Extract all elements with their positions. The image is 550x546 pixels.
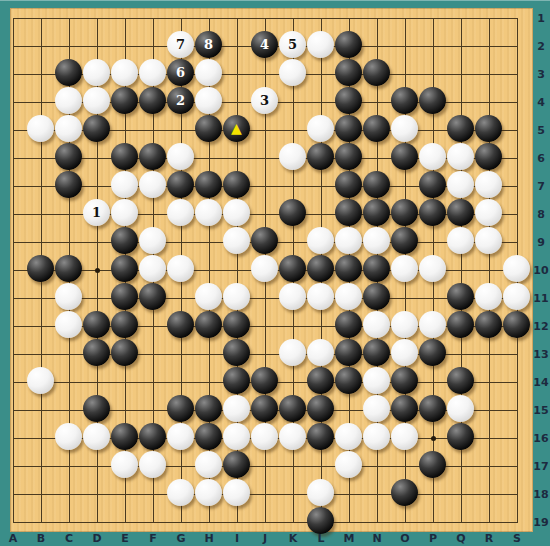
white-stone	[55, 283, 82, 310]
white-stone	[139, 255, 166, 282]
column-label: D	[92, 532, 101, 545]
column-label: Q	[456, 532, 465, 545]
black-stone	[419, 87, 446, 114]
white-stone	[279, 283, 306, 310]
black-stone	[83, 311, 110, 338]
row-label: 16	[533, 432, 548, 445]
white-stone	[111, 171, 138, 198]
black-stone	[447, 423, 474, 450]
move-number-label: 5	[288, 38, 297, 51]
black-stone	[335, 367, 362, 394]
row-label: 11	[533, 292, 548, 305]
black-stone: 4	[251, 31, 278, 58]
black-stone	[335, 87, 362, 114]
black-stone	[195, 171, 222, 198]
row-label: 4	[537, 96, 545, 109]
white-stone	[139, 451, 166, 478]
row-label: 12	[533, 320, 548, 333]
black-stone	[447, 367, 474, 394]
white-stone	[195, 199, 222, 226]
black-stone	[167, 395, 194, 422]
black-stone	[363, 115, 390, 142]
white-stone	[503, 255, 530, 282]
white-stone: 7	[167, 31, 194, 58]
white-stone	[223, 227, 250, 254]
white-stone	[251, 423, 278, 450]
black-stone	[363, 59, 390, 86]
black-stone	[335, 339, 362, 366]
black-stone	[335, 199, 362, 226]
white-stone	[55, 311, 82, 338]
white-stone	[391, 339, 418, 366]
star-point	[95, 268, 100, 273]
black-stone	[223, 339, 250, 366]
black-stone	[447, 311, 474, 338]
white-stone	[223, 395, 250, 422]
go-board-frame: 7845623▲1 ABCDEFGHIJKLMNOPQRS12345678910…	[0, 0, 550, 546]
white-stone	[391, 115, 418, 142]
white-stone	[195, 283, 222, 310]
row-label: 15	[533, 404, 548, 417]
grid-line	[13, 522, 518, 523]
white-stone	[223, 479, 250, 506]
white-stone	[139, 59, 166, 86]
row-label: 18	[533, 488, 548, 501]
row-label: 9	[537, 236, 545, 249]
black-stone	[419, 199, 446, 226]
white-stone	[195, 87, 222, 114]
black-stone	[307, 143, 334, 170]
white-stone	[279, 59, 306, 86]
white-stone	[307, 283, 334, 310]
white-stone	[111, 451, 138, 478]
grid-line	[13, 494, 518, 495]
black-stone	[55, 171, 82, 198]
white-stone	[363, 227, 390, 254]
white-stone	[363, 367, 390, 394]
black-stone	[279, 199, 306, 226]
white-stone	[55, 115, 82, 142]
black-stone	[111, 255, 138, 282]
white-stone	[83, 423, 110, 450]
black-stone	[83, 115, 110, 142]
white-stone	[307, 31, 334, 58]
black-stone	[139, 423, 166, 450]
black-stone	[363, 283, 390, 310]
white-stone	[447, 143, 474, 170]
black-stone	[251, 367, 278, 394]
white-stone	[307, 479, 334, 506]
black-stone	[447, 115, 474, 142]
column-label: R	[485, 532, 493, 545]
black-stone	[391, 199, 418, 226]
black-stone	[111, 227, 138, 254]
white-stone	[139, 227, 166, 254]
black-stone	[391, 479, 418, 506]
row-label: 17	[533, 460, 548, 473]
black-stone	[335, 311, 362, 338]
black-stone	[447, 283, 474, 310]
white-stone: 1	[83, 199, 110, 226]
column-label: C	[65, 532, 73, 545]
row-label: 2	[537, 40, 545, 53]
column-label: J	[263, 532, 267, 545]
black-stone	[195, 311, 222, 338]
white-stone	[279, 143, 306, 170]
white-stone	[83, 87, 110, 114]
row-label: 14	[533, 376, 548, 389]
black-stone	[111, 283, 138, 310]
go-board[interactable]: 7845623▲1	[10, 8, 533, 532]
black-stone	[391, 87, 418, 114]
black-stone	[475, 115, 502, 142]
move-number-label: 3	[260, 94, 269, 107]
column-label: B	[37, 532, 45, 545]
white-stone	[111, 199, 138, 226]
white-stone	[55, 87, 82, 114]
black-stone	[307, 255, 334, 282]
black-stone	[335, 171, 362, 198]
white-stone	[167, 255, 194, 282]
white-stone	[307, 339, 334, 366]
black-stone	[223, 171, 250, 198]
black-stone	[391, 227, 418, 254]
move-number-label: 2	[176, 94, 185, 107]
white-stone	[279, 423, 306, 450]
black-stone	[391, 395, 418, 422]
row-label: 13	[533, 348, 548, 361]
white-stone	[335, 451, 362, 478]
black-stone	[195, 115, 222, 142]
column-label: N	[372, 532, 381, 545]
black-stone	[419, 451, 446, 478]
white-stone	[335, 423, 362, 450]
white-stone	[167, 479, 194, 506]
column-label: K	[289, 532, 298, 545]
column-label: F	[149, 532, 157, 545]
black-stone	[419, 339, 446, 366]
column-label: M	[344, 532, 355, 545]
white-stone	[335, 283, 362, 310]
row-label: 19	[533, 516, 548, 529]
black-stone	[363, 171, 390, 198]
black-stone	[335, 143, 362, 170]
white-stone	[55, 423, 82, 450]
black-stone	[335, 115, 362, 142]
grid-line	[13, 298, 518, 299]
column-label: S	[513, 532, 521, 545]
black-stone	[251, 395, 278, 422]
black-stone	[55, 59, 82, 86]
black-stone	[111, 423, 138, 450]
white-stone	[195, 451, 222, 478]
black-stone	[363, 339, 390, 366]
white-stone	[195, 479, 222, 506]
row-label: 3	[537, 68, 545, 81]
white-stone	[167, 199, 194, 226]
white-stone	[307, 115, 334, 142]
black-stone	[27, 255, 54, 282]
black-stone	[447, 199, 474, 226]
column-label: O	[400, 532, 409, 545]
black-stone	[307, 423, 334, 450]
white-stone	[391, 423, 418, 450]
black-stone	[139, 87, 166, 114]
white-stone	[111, 59, 138, 86]
black-stone	[335, 59, 362, 86]
white-stone	[419, 255, 446, 282]
white-stone	[27, 115, 54, 142]
white-stone	[27, 367, 54, 394]
white-stone: 5	[279, 31, 306, 58]
white-stone	[447, 171, 474, 198]
black-stone: 8	[195, 31, 222, 58]
black-stone	[363, 199, 390, 226]
white-stone	[363, 311, 390, 338]
white-stone	[475, 199, 502, 226]
black-stone	[139, 283, 166, 310]
black-stone	[419, 171, 446, 198]
black-stone	[83, 339, 110, 366]
column-label: G	[176, 532, 185, 545]
triangle-marker: ▲	[231, 121, 242, 135]
black-stone	[167, 311, 194, 338]
white-stone	[83, 59, 110, 86]
black-stone	[335, 31, 362, 58]
black-stone	[391, 143, 418, 170]
black-stone	[55, 143, 82, 170]
white-stone	[335, 227, 362, 254]
move-number-label: 8	[204, 38, 213, 51]
black-stone	[279, 395, 306, 422]
row-label: 6	[537, 152, 545, 165]
white-stone	[363, 395, 390, 422]
black-stone	[195, 423, 222, 450]
move-number-label: 7	[176, 38, 185, 51]
white-stone	[419, 311, 446, 338]
row-label: 7	[537, 180, 545, 193]
white-stone	[447, 395, 474, 422]
black-stone	[503, 311, 530, 338]
black-stone	[167, 171, 194, 198]
column-label: A	[9, 532, 18, 545]
white-stone	[447, 227, 474, 254]
black-stone	[279, 255, 306, 282]
white-stone	[167, 423, 194, 450]
black-stone	[223, 367, 250, 394]
black-stone	[391, 367, 418, 394]
move-number-label: 4	[260, 38, 269, 51]
black-stone	[335, 255, 362, 282]
black-stone	[307, 367, 334, 394]
black-stone	[111, 87, 138, 114]
black-stone	[363, 255, 390, 282]
black-stone	[139, 143, 166, 170]
white-stone: 3	[251, 87, 278, 114]
white-stone	[419, 143, 446, 170]
white-stone	[195, 59, 222, 86]
black-stone	[307, 507, 334, 534]
black-stone	[251, 227, 278, 254]
black-stone: ▲	[223, 115, 250, 142]
grid-line	[13, 18, 518, 19]
column-label: L	[317, 532, 324, 545]
white-stone	[503, 283, 530, 310]
white-stone	[223, 199, 250, 226]
black-stone	[55, 255, 82, 282]
white-stone	[139, 171, 166, 198]
move-number-label: 6	[176, 66, 185, 79]
row-label: 5	[537, 124, 545, 137]
white-stone	[307, 227, 334, 254]
white-stone	[475, 227, 502, 254]
black-stone	[195, 395, 222, 422]
white-stone	[475, 171, 502, 198]
black-stone	[475, 311, 502, 338]
black-stone	[111, 143, 138, 170]
black-stone: 6	[167, 59, 194, 86]
white-stone	[223, 283, 250, 310]
row-label: 8	[537, 208, 545, 221]
black-stone	[83, 395, 110, 422]
white-stone	[279, 339, 306, 366]
star-point	[431, 436, 436, 441]
row-label: 10	[533, 264, 548, 277]
column-label: I	[235, 532, 239, 545]
black-stone	[307, 395, 334, 422]
white-stone	[475, 283, 502, 310]
black-stone	[475, 143, 502, 170]
row-label: 1	[537, 12, 545, 25]
black-stone	[223, 311, 250, 338]
column-label: P	[429, 532, 437, 545]
white-stone	[391, 255, 418, 282]
move-number-label: 1	[92, 206, 101, 219]
white-stone	[251, 255, 278, 282]
column-label: E	[121, 532, 129, 545]
white-stone	[167, 143, 194, 170]
white-stone	[391, 311, 418, 338]
black-stone	[111, 311, 138, 338]
column-label: H	[204, 532, 213, 545]
black-stone	[223, 451, 250, 478]
white-stone	[223, 423, 250, 450]
white-stone	[363, 423, 390, 450]
black-stone: 2	[167, 87, 194, 114]
black-stone	[111, 339, 138, 366]
black-stone	[419, 395, 446, 422]
